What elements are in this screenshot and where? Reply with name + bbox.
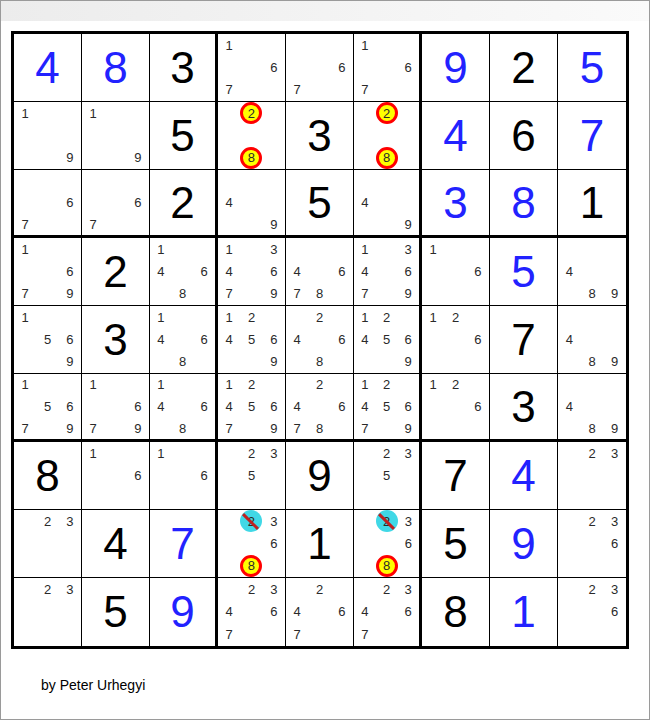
candidate-slot-7: 7 bbox=[218, 283, 240, 305]
candidate-slot-7: 7 bbox=[354, 79, 376, 101]
cell-r7c6[interactable]: 235 bbox=[354, 442, 422, 510]
candidate-slot-6 bbox=[59, 601, 81, 624]
cell-r5c6[interactable]: 124569 bbox=[354, 306, 422, 374]
candidate-6: 6 bbox=[405, 605, 412, 618]
candidate-slot-1: 1 bbox=[150, 238, 172, 260]
candidate-slot-5 bbox=[376, 124, 398, 146]
candidate-slot-8 bbox=[240, 623, 262, 646]
cell-r4c5[interactable]: 4678 bbox=[286, 238, 354, 306]
cell-r9c4[interactable]: 23467 bbox=[218, 578, 286, 646]
candidate-slot-1: 1 bbox=[218, 306, 240, 328]
candidate-slot-2 bbox=[581, 374, 604, 396]
candidate-slot-4 bbox=[558, 464, 581, 486]
cell-r6c9[interactable]: 489 bbox=[558, 374, 626, 442]
candidate-6: 6 bbox=[405, 537, 412, 550]
candidate-1: 1 bbox=[22, 107, 29, 120]
pencil-marks: 23 bbox=[558, 442, 626, 509]
candidate-slot-3 bbox=[193, 238, 215, 260]
given-digit: 8 bbox=[14, 442, 81, 509]
candidate-slot-9 bbox=[59, 623, 81, 646]
candidate-slot-9: 9 bbox=[397, 417, 419, 439]
candidate-slot-4 bbox=[14, 192, 36, 214]
candidate-slot-7 bbox=[150, 417, 172, 439]
candidate-slot-6: 6 bbox=[127, 464, 149, 486]
cell-r4c6[interactable]: 134679 bbox=[354, 238, 422, 306]
candidate-slot-1: 1 bbox=[82, 374, 104, 396]
candidate-2: 2 bbox=[44, 515, 51, 528]
candidate-slot-7 bbox=[14, 623, 36, 646]
cell-r2c6[interactable]: 28 bbox=[354, 102, 422, 170]
candidate-slot-5 bbox=[376, 192, 398, 214]
candidate-slot-3 bbox=[59, 374, 81, 396]
candidate-6: 6 bbox=[338, 605, 345, 618]
candidate-slot-5 bbox=[376, 532, 398, 554]
candidate-slot-2 bbox=[581, 238, 604, 260]
candidate-slot-9: 9 bbox=[59, 147, 81, 169]
candidate-6: 6 bbox=[201, 265, 208, 278]
candidate-8: 8 bbox=[316, 287, 323, 300]
candidate-slot-8: 8 bbox=[308, 417, 330, 439]
candidate-slot-5 bbox=[444, 328, 466, 350]
candidate-slot-2 bbox=[581, 306, 604, 328]
cell-r2c1[interactable]: 19 bbox=[14, 102, 82, 170]
candidate-5: 5 bbox=[248, 469, 255, 482]
candidate-slot-6: 6 bbox=[397, 56, 419, 78]
cell-r4c4[interactable]: 134679 bbox=[218, 238, 286, 306]
cell-r3c2[interactable]: 67 bbox=[82, 170, 150, 238]
candidate-4: 4 bbox=[294, 333, 301, 346]
candidate-slot-8 bbox=[36, 213, 58, 235]
cell-r4c8[interactable]: 5 bbox=[490, 238, 558, 306]
cell-r1c8[interactable]: 2 bbox=[490, 34, 558, 102]
candidate-slot-8 bbox=[308, 79, 330, 101]
candidate-slot-8 bbox=[240, 283, 262, 305]
candidate-slot-2: 2 bbox=[376, 102, 398, 124]
candidate-slot-4 bbox=[82, 396, 104, 418]
candidate-slot-4: 4 bbox=[150, 260, 172, 282]
candidate-slot-3 bbox=[193, 374, 215, 396]
solved-digit: 9 bbox=[490, 510, 557, 577]
candidate-4: 4 bbox=[361, 333, 368, 346]
candidate-4: 4 bbox=[294, 265, 301, 278]
candidate-2: 2 bbox=[383, 311, 390, 324]
candidate-slot-3 bbox=[193, 306, 215, 328]
cell-r8c9[interactable]: 236 bbox=[558, 510, 626, 578]
candidate-4: 4 bbox=[361, 196, 368, 209]
candidate-slot-9 bbox=[331, 79, 353, 101]
pencil-marks: 126 bbox=[422, 306, 489, 373]
cell-r2c9[interactable]: 7 bbox=[558, 102, 626, 170]
candidate-slot-7 bbox=[218, 351, 240, 373]
candidate-slot-9: 9 bbox=[603, 283, 626, 305]
candidate-slot-4 bbox=[14, 601, 36, 624]
cell-r9c7[interactable]: 8 bbox=[422, 578, 490, 646]
cell-r3c3[interactable]: 2 bbox=[150, 170, 218, 238]
candidate-6: 6 bbox=[338, 265, 345, 278]
candidate-6: 6 bbox=[270, 265, 277, 278]
given-digit: 3 bbox=[150, 34, 215, 101]
candidate-2: 2 bbox=[383, 378, 390, 391]
given-digit: 5 bbox=[82, 578, 149, 646]
pencil-marks: 28 bbox=[218, 102, 285, 169]
candidate-slot-1 bbox=[558, 510, 581, 532]
candidate-slot-1: 1 bbox=[14, 102, 36, 124]
candidate-slot-2: 2 bbox=[581, 510, 604, 532]
cell-r6c4[interactable]: 1245679 bbox=[218, 374, 286, 442]
cell-r2c5[interactable]: 3 bbox=[286, 102, 354, 170]
candidate-slot-4 bbox=[14, 124, 36, 146]
candidate-7: 7 bbox=[226, 422, 233, 435]
candidate-slot-3: 3 bbox=[397, 238, 419, 260]
pencil-marks: 1468 bbox=[150, 374, 215, 439]
candidate-9: 9 bbox=[270, 422, 277, 435]
candidate-5: 5 bbox=[383, 333, 390, 346]
cell-r6c3[interactable]: 1468 bbox=[150, 374, 218, 442]
candidate-slot-2 bbox=[36, 238, 58, 260]
candidate-6: 6 bbox=[405, 61, 412, 74]
candidate-slot-8 bbox=[376, 283, 398, 305]
candidate-2: 2 bbox=[383, 583, 390, 596]
candidate-8: 8 bbox=[179, 287, 186, 300]
cell-r4c3[interactable]: 1468 bbox=[150, 238, 218, 306]
cell-r1c5[interactable]: 67 bbox=[286, 34, 354, 102]
cell-r6c6[interactable]: 1245679 bbox=[354, 374, 422, 442]
pencil-marks: 19 bbox=[82, 102, 149, 169]
candidate-slot-6: 6 bbox=[59, 260, 81, 282]
candidate-4: 4 bbox=[226, 605, 233, 618]
candidate-1: 1 bbox=[90, 378, 97, 391]
candidate-6: 6 bbox=[66, 400, 73, 413]
candidate-slot-5: 5 bbox=[240, 464, 262, 486]
candidate-slot-7 bbox=[422, 283, 444, 305]
candidate-slot-2 bbox=[104, 442, 126, 464]
candidate-slot-5 bbox=[308, 396, 330, 418]
candidate-4: 4 bbox=[226, 400, 233, 413]
candidate-slot-1: 1 bbox=[422, 374, 444, 396]
candidate-slot-5 bbox=[308, 260, 330, 282]
candidate-slot-6 bbox=[263, 124, 285, 146]
candidate-6: 6 bbox=[134, 196, 141, 209]
candidate-1: 1 bbox=[157, 311, 164, 324]
candidate-slot-3: 3 bbox=[603, 442, 626, 464]
candidate-slot-8 bbox=[308, 623, 330, 646]
cell-r9c1[interactable]: 23 bbox=[14, 578, 82, 646]
candidate-slot-7: 7 bbox=[286, 283, 308, 305]
candidate-6: 6 bbox=[270, 605, 277, 618]
candidate-6: 6 bbox=[201, 333, 208, 346]
candidate-2: 2 bbox=[588, 515, 595, 528]
cell-r7c1[interactable]: 8 bbox=[14, 442, 82, 510]
solved-digit: 4 bbox=[490, 442, 557, 509]
candidate-7: 7 bbox=[361, 287, 368, 300]
candidate-slot-2 bbox=[376, 34, 398, 56]
candidate-7: 7 bbox=[294, 422, 301, 435]
candidate-slot-7 bbox=[82, 147, 104, 169]
cell-r4c2[interactable]: 2 bbox=[82, 238, 150, 306]
candidate-slot-2 bbox=[172, 306, 194, 328]
candidate-3: 3 bbox=[405, 583, 412, 596]
cell-r5c3[interactable]: 1468 bbox=[150, 306, 218, 374]
cell-r3c1[interactable]: 67 bbox=[14, 170, 82, 238]
candidate-9: 9 bbox=[66, 355, 73, 368]
candidate-slot-4 bbox=[218, 464, 240, 486]
cell-r3c5[interactable]: 5 bbox=[286, 170, 354, 238]
cell-r2c4[interactable]: 28 bbox=[218, 102, 286, 170]
cell-r9c9[interactable]: 236 bbox=[558, 578, 626, 646]
candidate-7: 7 bbox=[361, 83, 368, 96]
cell-r6c8[interactable]: 3 bbox=[490, 374, 558, 442]
cell-r6c7[interactable]: 126 bbox=[422, 374, 490, 442]
cell-r3c4[interactable]: 49 bbox=[218, 170, 286, 238]
pencil-marks: 1679 bbox=[82, 374, 149, 439]
candidate-slot-1 bbox=[286, 238, 308, 260]
candidate-slot-7: 7 bbox=[218, 417, 240, 439]
candidate-slot-1 bbox=[354, 442, 376, 464]
candidate-3: 3 bbox=[611, 447, 618, 460]
cell-r4c9[interactable]: 489 bbox=[558, 238, 626, 306]
candidate-2: 2 bbox=[44, 583, 51, 596]
cell-r6c5[interactable]: 24678 bbox=[286, 374, 354, 442]
candidate-slot-3 bbox=[59, 102, 81, 124]
candidate-4: 4 bbox=[157, 333, 164, 346]
cell-r9c8[interactable]: 1 bbox=[490, 578, 558, 646]
candidate-slot-5: 5 bbox=[240, 396, 262, 418]
cell-r8c5[interactable]: 1 bbox=[286, 510, 354, 578]
candidate-slot-5: 5 bbox=[36, 328, 58, 350]
cell-r5c8[interactable]: 7 bbox=[490, 306, 558, 374]
candidate-9: 9 bbox=[134, 151, 141, 164]
candidate-slot-5 bbox=[104, 124, 126, 146]
candidate-slot-1 bbox=[558, 374, 581, 396]
candidate-slot-8 bbox=[240, 417, 262, 439]
candidate-slot-6: 6 bbox=[263, 532, 285, 554]
candidate-slot-6: 6 bbox=[127, 396, 149, 418]
candidate-slot-3 bbox=[397, 374, 419, 396]
pencil-marks: 2468 bbox=[286, 306, 353, 373]
cell-r7c8[interactable]: 4 bbox=[490, 442, 558, 510]
candidate-1: 1 bbox=[430, 311, 437, 324]
cell-r7c4[interactable]: 235 bbox=[218, 442, 286, 510]
candidate-slot-1: 1 bbox=[422, 238, 444, 260]
candidate-slot-1 bbox=[218, 442, 240, 464]
cell-r5c7[interactable]: 126 bbox=[422, 306, 490, 374]
candidate-8: 8 bbox=[316, 355, 323, 368]
cell-r1c9[interactable]: 5 bbox=[558, 34, 626, 102]
pencil-marks: 23 bbox=[14, 510, 81, 577]
candidate-slot-8 bbox=[240, 213, 262, 235]
candidate-slot-3 bbox=[127, 170, 149, 192]
candidate-4: 4 bbox=[566, 265, 573, 278]
cell-r5c4[interactable]: 124569 bbox=[218, 306, 286, 374]
cell-r2c3[interactable]: 5 bbox=[150, 102, 218, 170]
candidate-5: 5 bbox=[383, 469, 390, 482]
candidate-slot-5 bbox=[172, 260, 194, 282]
cell-r1c4[interactable]: 167 bbox=[218, 34, 286, 102]
candidate-slot-2: 2 bbox=[240, 578, 262, 601]
candidate-slot-3: 3 bbox=[59, 510, 81, 532]
cell-r3c7[interactable]: 3 bbox=[422, 170, 490, 238]
pencil-marks: 489 bbox=[558, 238, 626, 305]
candidate-9: 9 bbox=[611, 422, 618, 435]
given-digit: 3 bbox=[490, 374, 557, 439]
sudoku-page: 4831676716792519195283284676767249549381… bbox=[0, 0, 650, 720]
cell-r2c2[interactable]: 19 bbox=[82, 102, 150, 170]
cell-r6c1[interactable]: 15679 bbox=[14, 374, 82, 442]
solved-digit: 8 bbox=[490, 170, 557, 235]
candidate-slot-3: 3 bbox=[263, 578, 285, 601]
candidate-slot-2 bbox=[444, 238, 466, 260]
cell-r8c6[interactable]: 2368 bbox=[354, 510, 422, 578]
cell-r7c2[interactable]: 16 bbox=[82, 442, 150, 510]
candidate-3: 3 bbox=[66, 583, 73, 596]
cell-r9c3[interactable]: 9 bbox=[150, 578, 218, 646]
candidate-slot-7: 7 bbox=[14, 417, 36, 439]
candidate-slot-8 bbox=[581, 555, 604, 577]
candidate-2: 2 bbox=[452, 311, 459, 324]
candidate-slot-7 bbox=[558, 283, 581, 305]
pencil-marks: 124569 bbox=[354, 306, 419, 373]
candidate-slot-9 bbox=[193, 487, 215, 509]
cell-r4c1[interactable]: 1679 bbox=[14, 238, 82, 306]
candidate-slot-1 bbox=[14, 578, 36, 601]
cell-r1c3[interactable]: 3 bbox=[150, 34, 218, 102]
candidate-slot-7 bbox=[218, 147, 240, 169]
pencil-marks: 489 bbox=[558, 374, 626, 439]
candidate-slot-8: 8 bbox=[172, 417, 194, 439]
cell-r8c1[interactable]: 23 bbox=[14, 510, 82, 578]
cell-r1c6[interactable]: 167 bbox=[354, 34, 422, 102]
candidate-slot-9: 9 bbox=[603, 417, 626, 439]
candidate-slot-9: 9 bbox=[59, 417, 81, 439]
candidate-1: 1 bbox=[226, 243, 233, 256]
candidate-slot-7 bbox=[558, 487, 581, 509]
cell-r3c6[interactable]: 49 bbox=[354, 170, 422, 238]
eliminated-candidate-2: 2 bbox=[376, 510, 398, 532]
cell-r8c8[interactable]: 9 bbox=[490, 510, 558, 578]
candidate-slot-5 bbox=[240, 260, 262, 282]
candidate-slot-2 bbox=[36, 102, 58, 124]
candidate-slot-2 bbox=[172, 374, 194, 396]
cell-r9c2[interactable]: 5 bbox=[82, 578, 150, 646]
cell-r6c2[interactable]: 1679 bbox=[82, 374, 150, 442]
candidate-slot-4: 4 bbox=[354, 601, 376, 624]
cell-r5c2[interactable]: 3 bbox=[82, 306, 150, 374]
candidate-slot-9 bbox=[467, 283, 489, 305]
candidate-slot-4: 4 bbox=[218, 328, 240, 350]
candidate-slot-5 bbox=[376, 601, 398, 624]
cell-r1c1[interactable]: 4 bbox=[14, 34, 82, 102]
candidate-slot-8 bbox=[444, 351, 466, 373]
candidate-slot-5 bbox=[36, 601, 58, 624]
candidate-slot-9 bbox=[263, 555, 285, 577]
given-digit: 1 bbox=[286, 510, 353, 577]
candidate-8: 8 bbox=[588, 355, 595, 368]
cell-r9c5[interactable]: 2467 bbox=[286, 578, 354, 646]
pencil-marks: 2368 bbox=[354, 510, 419, 577]
cell-r7c7[interactable]: 7 bbox=[422, 442, 490, 510]
candidate-7: 7 bbox=[22, 218, 29, 231]
candidate-slot-2 bbox=[240, 238, 262, 260]
candidate-slot-7: 7 bbox=[286, 623, 308, 646]
candidate-slot-4 bbox=[286, 56, 308, 78]
candidate-2: 2 bbox=[248, 378, 255, 391]
candidate-slot-7 bbox=[354, 147, 376, 169]
pencil-marks: 489 bbox=[558, 306, 626, 373]
candidate-slot-7 bbox=[422, 351, 444, 373]
cell-r5c1[interactable]: 1569 bbox=[14, 306, 82, 374]
cell-r2c7[interactable]: 4 bbox=[422, 102, 490, 170]
cell-r1c2[interactable]: 8 bbox=[82, 34, 150, 102]
candidate-slot-3 bbox=[193, 442, 215, 464]
candidate-slot-5 bbox=[104, 464, 126, 486]
cell-r8c4[interactable]: 2368 bbox=[218, 510, 286, 578]
circled-candidate-8: 8 bbox=[376, 555, 398, 577]
candidate-slot-2: 2 bbox=[376, 306, 398, 328]
candidate-slot-2: 2 bbox=[308, 578, 330, 601]
candidate-slot-4: 4 bbox=[354, 396, 376, 418]
candidate-slot-9 bbox=[603, 555, 626, 577]
cell-r5c9[interactable]: 489 bbox=[558, 306, 626, 374]
candidate-slot-7 bbox=[150, 351, 172, 373]
cell-r7c9[interactable]: 23 bbox=[558, 442, 626, 510]
cell-r4c7[interactable]: 16 bbox=[422, 238, 490, 306]
candidate-slot-3 bbox=[331, 306, 353, 328]
candidate-slot-7 bbox=[14, 555, 36, 577]
candidate-slot-8 bbox=[104, 147, 126, 169]
candidate-slot-3 bbox=[59, 306, 81, 328]
cell-r3c8[interactable]: 8 bbox=[490, 170, 558, 238]
candidate-slot-2 bbox=[36, 170, 58, 192]
cell-r2c8[interactable]: 6 bbox=[490, 102, 558, 170]
candidate-3: 3 bbox=[611, 583, 618, 596]
cell-r7c3[interactable]: 16 bbox=[150, 442, 218, 510]
candidate-2: 2 bbox=[248, 447, 255, 460]
cell-r9c6[interactable]: 23467 bbox=[354, 578, 422, 646]
candidate-slot-9 bbox=[263, 147, 285, 169]
candidate-5: 5 bbox=[383, 400, 390, 413]
candidate-slot-3 bbox=[263, 170, 285, 192]
cell-r1c7[interactable]: 9 bbox=[422, 34, 490, 102]
candidate-7: 7 bbox=[294, 628, 301, 641]
candidate-slot-8: 8 bbox=[581, 351, 604, 373]
candidate-slot-9 bbox=[193, 283, 215, 305]
candidate-slot-3: 3 bbox=[603, 510, 626, 532]
cell-r3c9[interactable]: 1 bbox=[558, 170, 626, 238]
cell-r8c7[interactable]: 5 bbox=[422, 510, 490, 578]
cell-r8c3[interactable]: 7 bbox=[150, 510, 218, 578]
candidate-slot-8 bbox=[444, 417, 466, 439]
candidate-slot-4 bbox=[422, 396, 444, 418]
candidate-slot-4 bbox=[218, 56, 240, 78]
cell-r8c2[interactable]: 4 bbox=[82, 510, 150, 578]
candidate-slot-8 bbox=[104, 487, 126, 509]
solved-digit: 5 bbox=[490, 238, 557, 305]
candidate-slot-4: 4 bbox=[354, 328, 376, 350]
candidate-4: 4 bbox=[226, 265, 233, 278]
candidate-slot-7: 7 bbox=[14, 283, 36, 305]
candidate-3: 3 bbox=[66, 515, 73, 528]
candidate-slot-1: 1 bbox=[150, 442, 172, 464]
solved-digit: 4 bbox=[422, 102, 489, 169]
candidate-slot-9: 9 bbox=[397, 351, 419, 373]
solved-digit: 4 bbox=[14, 34, 81, 101]
solved-digit: 1 bbox=[490, 578, 557, 646]
candidate-slot-7 bbox=[354, 213, 376, 235]
cell-r5c5[interactable]: 2468 bbox=[286, 306, 354, 374]
candidate-slot-2 bbox=[172, 442, 194, 464]
cell-r7c5[interactable]: 9 bbox=[286, 442, 354, 510]
candidate-slot-7 bbox=[82, 487, 104, 509]
